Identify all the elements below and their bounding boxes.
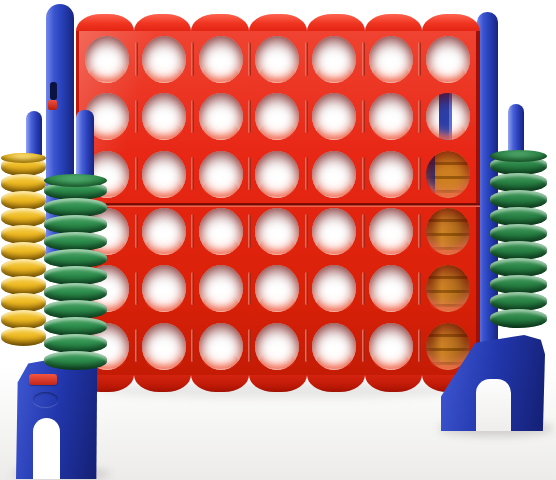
hole-r2c5 xyxy=(312,93,356,140)
hole-r1c1 xyxy=(85,36,129,83)
cell-r4c2 xyxy=(136,203,193,260)
cell-r4c4 xyxy=(249,203,306,260)
scallop-bump xyxy=(249,14,307,31)
cell-r4c7 xyxy=(419,203,476,260)
cell-r1c4 xyxy=(249,31,306,88)
cell-r1c3 xyxy=(192,31,249,88)
cell-r6c2 xyxy=(136,318,193,375)
cell-r5c7 xyxy=(419,260,476,317)
connect-four-product-photo xyxy=(0,0,556,480)
hole-r4c3 xyxy=(199,208,243,255)
hole-r2c4 xyxy=(255,93,299,140)
hole-r4c2 xyxy=(142,208,186,255)
stack-left-green xyxy=(44,174,107,370)
hole-r1c5 xyxy=(312,36,356,83)
hole-r6c2 xyxy=(142,323,186,370)
cell-r5c4 xyxy=(249,260,306,317)
post-red-pin xyxy=(48,100,57,110)
leg-left xyxy=(16,352,98,479)
cell-r2c4 xyxy=(249,88,306,145)
leg-left-arch-cutout xyxy=(33,418,60,479)
hole-r2c6 xyxy=(369,93,413,140)
cell-r4c5 xyxy=(306,203,363,260)
brand-badge xyxy=(33,392,58,407)
hole-r5c4 xyxy=(255,265,299,312)
board-middle-seam xyxy=(76,203,480,207)
hole-r4c7 xyxy=(426,208,470,255)
hole-r5c7 xyxy=(426,265,470,312)
hole-r6c6 xyxy=(369,323,413,370)
hole-r2c3 xyxy=(199,93,243,140)
hole-r6c5 xyxy=(312,323,356,370)
scallop-bump xyxy=(134,375,192,392)
board-scallops-bottom xyxy=(76,375,480,392)
hole-r2c7 xyxy=(426,93,470,140)
cell-r2c5 xyxy=(306,88,363,145)
hole-r3c5 xyxy=(312,151,356,198)
board xyxy=(76,14,480,392)
cell-r2c2 xyxy=(136,88,193,145)
cell-r5c5 xyxy=(306,260,363,317)
hole-r1c4 xyxy=(255,36,299,83)
green-disc xyxy=(490,309,547,328)
hole-r5c2 xyxy=(142,265,186,312)
cell-r5c6 xyxy=(363,260,420,317)
cell-r1c6 xyxy=(363,31,420,88)
cell-r4c6 xyxy=(363,203,420,260)
cell-r6c6 xyxy=(363,318,420,375)
hole-r3c4 xyxy=(255,151,299,198)
red-release-slider xyxy=(29,374,57,385)
hole-r1c3 xyxy=(199,36,243,83)
scallop-bump xyxy=(365,375,423,392)
green-stack-top-cap xyxy=(44,174,107,187)
cell-r2c3 xyxy=(192,88,249,145)
hole-r6c3 xyxy=(199,323,243,370)
scallop-bump xyxy=(191,375,249,392)
storage-pole-tip-right-green xyxy=(508,104,524,154)
leg-right-arch-cutout xyxy=(476,379,511,431)
scallop-bump xyxy=(307,375,365,392)
post-slot xyxy=(50,82,57,100)
hole-r1c6 xyxy=(369,36,413,83)
scallop-bump xyxy=(249,375,307,392)
hole-r1c2 xyxy=(142,36,186,83)
hole-r5c3 xyxy=(199,265,243,312)
cell-r3c2 xyxy=(136,146,193,203)
cell-r6c3 xyxy=(192,318,249,375)
cell-r3c6 xyxy=(363,146,420,203)
scallop-bump xyxy=(134,14,192,31)
hole-r6c4 xyxy=(255,323,299,370)
cell-r6c4 xyxy=(249,318,306,375)
cell-r1c1 xyxy=(79,31,136,88)
storage-pole-tip-left-yellow xyxy=(26,111,42,157)
cell-r3c4 xyxy=(249,146,306,203)
scallop-bump xyxy=(191,14,249,31)
storage-pole-tip-left-green xyxy=(76,110,94,178)
hole-r3c2 xyxy=(142,151,186,198)
scallop-bump xyxy=(307,14,365,31)
cell-r6c5 xyxy=(306,318,363,375)
cell-r1c5 xyxy=(306,31,363,88)
hole-r5c5 xyxy=(312,265,356,312)
hole-r1c7 xyxy=(426,36,470,83)
hole-r3c6 xyxy=(369,151,413,198)
hole-r3c3 xyxy=(199,151,243,198)
hole-r4c6 xyxy=(369,208,413,255)
scallop-bump xyxy=(76,14,134,31)
leg-right xyxy=(441,335,545,431)
cell-r5c2 xyxy=(136,260,193,317)
cell-r3c3 xyxy=(192,146,249,203)
cell-r5c3 xyxy=(192,260,249,317)
scallop-bump xyxy=(365,14,423,31)
cell-r1c7 xyxy=(419,31,476,88)
hole-r4c4 xyxy=(255,208,299,255)
cell-r2c6 xyxy=(363,88,420,145)
cell-r2c7 xyxy=(419,88,476,145)
hole-r2c2 xyxy=(142,93,186,140)
hole-r5c6 xyxy=(369,265,413,312)
cell-r3c5 xyxy=(306,146,363,203)
scallop-bump xyxy=(422,14,480,31)
hole-r4c5 xyxy=(312,208,356,255)
green-disc xyxy=(44,351,107,370)
cell-r3c7 xyxy=(419,146,476,203)
board-scallops-top xyxy=(76,14,480,31)
stack-right-green xyxy=(490,150,547,328)
yellow-disc xyxy=(1,327,46,346)
green-stack-top-cap xyxy=(490,150,547,162)
stack-left-yellow xyxy=(1,153,46,346)
yellow-stack-top-cap xyxy=(1,153,46,163)
cell-r4c3 xyxy=(192,203,249,260)
hole-r3c7 xyxy=(426,151,470,198)
cell-r1c2 xyxy=(136,31,193,88)
